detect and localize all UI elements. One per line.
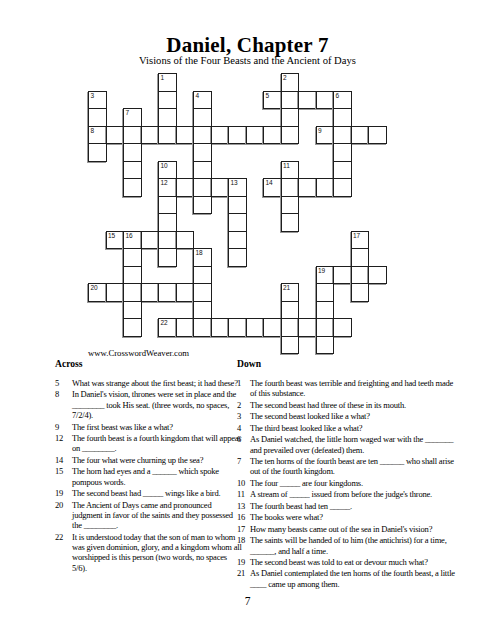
page-number: 7 <box>0 595 495 607</box>
down-clue-6: 6As Daniel watched, the little horn wage… <box>237 434 456 455</box>
clue-number: 20 <box>55 500 72 531</box>
grid-cell-r9-c1[interactable]: 15 <box>106 231 125 250</box>
grid-cell-r14-c8[interactable] <box>228 318 247 337</box>
clue-text: The fourth beast is a fourth kingdom tha… <box>72 433 242 454</box>
cell-number: 1 <box>161 74 165 81</box>
clue-text: The first beast was like a what? <box>72 422 242 432</box>
clue-text: What was strange about the first beast; … <box>72 378 242 388</box>
grid-cell-r3-c9[interactable] <box>246 126 265 145</box>
grid-cell-r1-c11[interactable] <box>281 91 300 110</box>
down-clue-1: 1The fourth beast was terrible and freig… <box>237 378 456 399</box>
clue-text: The fourth beast was terrible and freigh… <box>250 378 456 399</box>
grid-cell-r2-c0[interactable] <box>88 108 107 127</box>
clue-number: 6 <box>237 434 250 455</box>
grid-cell-r6-c13[interactable] <box>316 178 335 197</box>
down-clue-19: 19The second beast was told to eat or de… <box>237 557 456 567</box>
clue-text: The third beast looked like a what? <box>250 423 456 433</box>
across-clues-column: Across 5What was strange about the first… <box>55 358 242 574</box>
grid-cell-r12-c13[interactable] <box>316 283 335 302</box>
clue-text: A stream of _____ issued from before the… <box>250 489 456 499</box>
clue-number: 16 <box>237 512 250 522</box>
grid-cell-r13-c2[interactable] <box>123 301 142 320</box>
clue-number: 14 <box>55 455 72 465</box>
grid-cell-r3-c1[interactable] <box>106 126 125 145</box>
clue-number: 2 <box>237 400 250 410</box>
grid-cell-r3-c7[interactable] <box>211 126 230 145</box>
down-clue-3: 3The second beast looked like a what? <box>237 411 456 421</box>
grid-cell-r1-c12[interactable] <box>298 91 317 110</box>
grid-cell-r14-c13[interactable] <box>316 318 335 337</box>
cell-number: 19 <box>318 267 325 274</box>
grid-cell-r9-c5[interactable] <box>176 231 195 250</box>
down-clue-2: 2The second beast had three of these in … <box>237 400 456 410</box>
clue-text: The second beast had three of these in i… <box>250 400 456 410</box>
cell-number: 3 <box>91 92 95 99</box>
clue-text: The four _____ are four kingdoms. <box>250 478 456 488</box>
grid-cell-r12-c5[interactable] <box>176 283 195 302</box>
cell-number: 9 <box>318 127 322 134</box>
across-clue-22: 22It is understood today that the son of… <box>55 532 242 573</box>
clue-number: 8 <box>55 389 72 420</box>
grid-cell-r3-c6[interactable] <box>193 126 212 145</box>
down-clue-list: 1The fourth beast was terrible and freig… <box>237 378 456 589</box>
grid-cell-r0-c11[interactable]: 2 <box>281 73 300 92</box>
grid-cell-r13-c6[interactable] <box>193 301 212 320</box>
grid-cell-r1-c6[interactable]: 4 <box>193 91 212 110</box>
clue-text: The second beast had _____ wings like a … <box>72 488 242 498</box>
down-clue-17: 17How many beasts came out of the sea in… <box>237 524 456 534</box>
clue-text: As Daniel contemplated the ten horns of … <box>250 568 456 589</box>
cell-number: 10 <box>161 162 168 169</box>
grid-cell-r1-c0[interactable]: 3 <box>88 91 107 110</box>
grid-cell-r11-c16[interactable] <box>368 266 387 285</box>
across-clue-list: 5What was strange about the first beast;… <box>55 378 242 573</box>
clue-text: It is understood today that the son of m… <box>72 532 242 573</box>
grid-cell-r8-c4[interactable] <box>158 213 177 232</box>
clue-text: The books were what? <box>250 512 456 522</box>
grid-cell-r5-c6[interactable] <box>193 161 212 180</box>
grid-cell-r11-c6[interactable] <box>193 266 212 285</box>
grid-cell-r6-c10[interactable]: 14 <box>263 178 282 197</box>
cell-number: 18 <box>196 249 203 256</box>
grid-cell-r4-c0[interactable] <box>88 143 107 162</box>
grid-cell-r9-c15[interactable]: 17 <box>351 231 370 250</box>
clue-text: In Daniel's vision, thrones were set in … <box>72 389 242 420</box>
across-clue-14: 14The four what were churning up the sea… <box>55 455 242 465</box>
across-clue-12: 12The fourth beast is a fourth kingdom t… <box>55 433 242 454</box>
grid-cell-r7-c6[interactable] <box>193 196 212 215</box>
grid-cell-r4-c6[interactable] <box>193 143 212 162</box>
grid-cell-r15-c11[interactable] <box>281 336 300 355</box>
clue-number: 9 <box>55 422 72 432</box>
grid-cell-r14-c7[interactable] <box>211 318 230 337</box>
grid-cell-r14-c12[interactable] <box>298 318 317 337</box>
grid-cell-r12-c3[interactable] <box>141 283 160 302</box>
grid-cell-r6-c14[interactable] <box>333 178 352 197</box>
grid-cell-r2-c6[interactable] <box>193 108 212 127</box>
clue-text: The second beast was told to eat or devo… <box>250 557 456 567</box>
down-clue-4: 4The third beast looked like a what? <box>237 423 456 433</box>
grid-cell-r1-c14[interactable]: 6 <box>333 91 352 110</box>
clue-text: The Ancient of Days came and pronounced … <box>72 500 242 531</box>
down-clue-21: 21As Daniel contemplated the ten horns o… <box>237 568 456 589</box>
across-header: Across <box>55 358 242 369</box>
clue-number: 17 <box>237 524 250 534</box>
grid-cell-r3-c11[interactable] <box>281 126 300 145</box>
clue-number: 4 <box>237 423 250 433</box>
grid-cell-r7-c11[interactable] <box>281 196 300 215</box>
grid-cell-r5-c4[interactable]: 10 <box>158 161 177 180</box>
grid-cell-r12-c0[interactable]: 20 <box>88 283 107 302</box>
grid-cell-r12-c1[interactable] <box>106 283 125 302</box>
grid-cell-r6-c8[interactable]: 13 <box>228 178 247 197</box>
grid-cell-r3-c15[interactable] <box>351 126 370 145</box>
crossword-page: { "game": "crossword", "page": { "title"… <box>0 0 495 640</box>
clue-number: 18 <box>237 535 250 556</box>
cell-number: 20 <box>91 284 98 291</box>
grid-cell-r3-c0[interactable]: 8 <box>88 126 107 145</box>
cell-number: 2 <box>283 74 287 81</box>
cell-number: 14 <box>266 179 273 186</box>
grid-cell-r5-c2[interactable] <box>123 161 142 180</box>
clue-number: 13 <box>237 501 250 511</box>
grid-cell-r9-c3[interactable] <box>141 231 160 250</box>
grid-cell-r3-c3[interactable] <box>141 126 160 145</box>
grid-cell-r4-c2[interactable] <box>123 143 142 162</box>
down-header: Down <box>237 358 456 369</box>
cell-number: 15 <box>108 232 115 239</box>
grid-cell-r1-c13[interactable] <box>316 91 335 110</box>
grid-cell-r12-c11[interactable]: 21 <box>281 283 300 302</box>
grid-cell-r0-c4[interactable]: 1 <box>158 73 177 92</box>
grid-cell-r6-c2[interactable] <box>123 178 142 197</box>
grid-cell-r14-c6[interactable] <box>193 318 212 337</box>
grid-cell-r8-c8[interactable] <box>228 213 247 232</box>
grid-cell-r6-c4[interactable]: 12 <box>158 178 177 197</box>
clue-number: 19 <box>237 557 250 567</box>
grid-cell-r10-c2[interactable] <box>123 248 142 267</box>
page-subtitle: Visions of the Four Beasts and the Ancie… <box>0 55 495 66</box>
grid-cell-r1-c4[interactable] <box>158 91 177 110</box>
down-clue-7: 7The ten horns of the fourth beast are t… <box>237 456 456 477</box>
grid-cell-r6-c5[interactable] <box>176 178 195 197</box>
cell-number: 22 <box>161 319 168 326</box>
down-clue-16: 16The books were what? <box>237 512 456 522</box>
grid-cell-r11-c14[interactable] <box>333 266 352 285</box>
across-clue-8: 8In Daniel's vision, thrones were set in… <box>55 389 242 420</box>
grid-cell-r5-c14[interactable] <box>333 161 352 180</box>
cell-number: 12 <box>161 179 168 186</box>
grid-cell-r2-c4[interactable] <box>158 108 177 127</box>
grid-cell-r15-c13[interactable] <box>316 336 335 355</box>
grid-cell-r6-c7[interactable] <box>211 178 230 197</box>
grid-cell-r2-c2[interactable]: 7 <box>123 108 142 127</box>
credit-url: www.CrosswordWeaver.com <box>88 348 189 358</box>
grid-cell-r2-c11[interactable] <box>281 108 300 127</box>
grid-cell-r3-c13[interactable]: 9 <box>316 126 335 145</box>
clue-text: The saints will be handed of to him (the… <box>250 535 456 556</box>
grid-cell-r11-c15[interactable] <box>351 266 370 285</box>
grid-cell-r10-c8[interactable] <box>228 248 247 267</box>
across-clue-20: 20The Ancient of Days came and pronounce… <box>55 500 242 531</box>
down-clue-18: 18The saints will be handed of to him (t… <box>237 535 456 556</box>
down-clue-11: 11A stream of _____ issued from before t… <box>237 489 456 499</box>
cell-number: 5 <box>266 92 270 99</box>
across-clue-15: 15The horn had eyes and a ______ which s… <box>55 466 242 487</box>
grid-cell-r12-c15[interactable] <box>351 283 370 302</box>
down-clue-13: 13The fourth beast had ten _____. <box>237 501 456 511</box>
grid-cell-r11-c2[interactable] <box>123 266 142 285</box>
grid-cell-r5-c11[interactable]: 11 <box>281 161 300 180</box>
cell-number: 21 <box>283 284 290 291</box>
grid-cell-r14-c5[interactable] <box>176 318 195 337</box>
grid-cell-r9-c8[interactable] <box>228 231 247 250</box>
cell-number: 8 <box>91 127 95 134</box>
grid-cell-r3-c16[interactable] <box>368 126 387 145</box>
grid-cell-r11-c13[interactable]: 19 <box>316 266 335 285</box>
clue-number: 11 <box>237 489 250 499</box>
grid-cell-r3-c14[interactable] <box>333 126 352 145</box>
across-clue-9: 9The first beast was like a what? <box>55 422 242 432</box>
clue-text: The four what were churning up the sea? <box>72 455 242 465</box>
grid-cell-r6-c12[interactable] <box>298 178 317 197</box>
grid-cell-r14-c11[interactable] <box>281 318 300 337</box>
grid-cell-r6-c11[interactable] <box>281 178 300 197</box>
clue-number: 1 <box>237 378 250 399</box>
across-clue-5: 5What was strange about the first beast;… <box>55 378 242 388</box>
cell-number: 4 <box>196 92 200 99</box>
grid-cell-r6-c6[interactable] <box>193 178 212 197</box>
grid-cell-r14-c2[interactable] <box>123 318 142 337</box>
grid-cell-r7-c8[interactable] <box>228 196 247 215</box>
clue-text: The fourth beast had ten _____. <box>250 501 456 511</box>
cell-number: 11 <box>283 162 290 169</box>
cell-number: 6 <box>336 92 340 99</box>
grid-cell-r3-c10[interactable] <box>263 126 282 145</box>
grid-cell-r13-c11[interactable] <box>281 301 300 320</box>
cell-number: 13 <box>231 179 238 186</box>
grid-cell-r3-c5[interactable] <box>176 126 195 145</box>
down-clue-10: 10The four _____ are four kingdoms. <box>237 478 456 488</box>
cell-number: 7 <box>126 109 130 116</box>
cell-number: 16 <box>126 232 133 239</box>
clue-number: 5 <box>55 378 72 388</box>
clue-number: 12 <box>55 433 72 454</box>
grid-cell-r10-c4[interactable] <box>158 248 177 267</box>
grid-cell-r2-c14[interactable] <box>333 108 352 127</box>
clue-number: 3 <box>237 411 250 421</box>
down-clues-column: Down 1The fourth beast was terrible and … <box>237 358 456 590</box>
grid-cell-r10-c6[interactable]: 18 <box>193 248 212 267</box>
clue-text: The ten horns of the fourth beast are te… <box>250 456 456 477</box>
grid-cell-r3-c8[interactable] <box>228 126 247 145</box>
clue-number: 21 <box>237 568 250 589</box>
grid-cell-r13-c13[interactable] <box>316 301 335 320</box>
grid-cell-r8-c11[interactable] <box>281 213 300 232</box>
crossword-grid: 12345678910111213141516171819202122 <box>88 73 387 354</box>
grid-cell-r12-c6[interactable] <box>193 283 212 302</box>
grid-cell-r14-c4[interactable]: 22 <box>158 318 177 337</box>
grid-cell-r14-c9[interactable] <box>246 318 265 337</box>
grid-cell-r12-c2[interactable] <box>123 283 142 302</box>
grid-cell-r3-c2[interactable] <box>123 126 142 145</box>
grid-cell-r7-c4[interactable] <box>158 196 177 215</box>
cell-number: 17 <box>353 232 360 239</box>
clue-number: 10 <box>237 478 250 488</box>
clue-number: 15 <box>55 466 72 487</box>
clue-text: As Daniel watched, the little horn waged… <box>250 434 456 455</box>
grid-cell-r1-c10[interactable]: 5 <box>263 91 282 110</box>
clue-text: The horn had eyes and a ______ which spo… <box>72 466 242 487</box>
grid-cell-r3-c4[interactable] <box>158 126 177 145</box>
clue-number: 7 <box>237 456 250 477</box>
clue-text: The second beast looked like a what? <box>250 411 456 421</box>
clue-number: 19 <box>55 488 72 498</box>
across-clue-19: 19The second beast had _____ wings like … <box>55 488 242 498</box>
grid-cell-r14-c14[interactable] <box>333 318 352 337</box>
grid-cell-r9-c4[interactable] <box>158 231 177 250</box>
grid-cell-r12-c4[interactable] <box>158 283 177 302</box>
grid-cell-r9-c2[interactable]: 16 <box>123 231 142 250</box>
clue-text: How many beasts came out of the sea in D… <box>250 524 456 534</box>
grid-cell-r4-c14[interactable] <box>333 143 352 162</box>
clue-number: 22 <box>55 532 72 573</box>
grid-cell-r10-c15[interactable] <box>351 248 370 267</box>
grid-cell-r14-c10[interactable] <box>263 318 282 337</box>
